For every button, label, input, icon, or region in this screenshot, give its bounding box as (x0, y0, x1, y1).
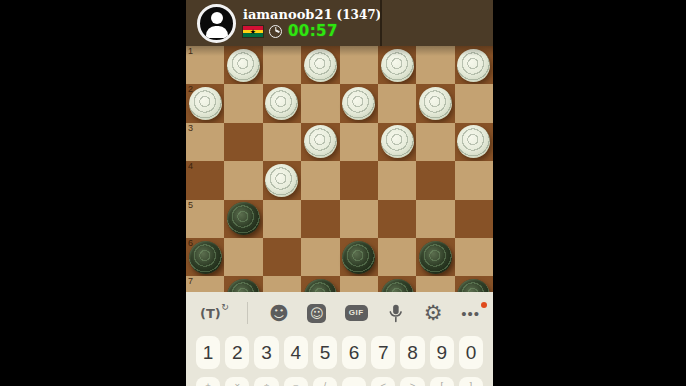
square-f3[interactable] (378, 123, 416, 161)
emoji-icon[interactable]: ☻ (269, 304, 289, 323)
square-f1[interactable] (378, 46, 416, 84)
player-info: iamanoob21(1347) 00:57 (243, 8, 381, 39)
square-c5[interactable] (263, 200, 301, 238)
key-1[interactable]: 1 (196, 336, 220, 369)
square-h2[interactable] (455, 84, 493, 122)
key-sym-<[interactable]: < (371, 377, 395, 386)
mic-icon[interactable] (386, 303, 405, 324)
square-a5[interactable]: 5 (186, 200, 224, 238)
square-b4[interactable] (224, 161, 262, 199)
square-e4[interactable] (340, 161, 378, 199)
square-c4[interactable] (263, 161, 301, 199)
symbol-row: +×÷=/_<>[] (186, 377, 493, 386)
key-2[interactable]: 2 (225, 336, 249, 369)
screen: { "game": "checkers (8x8 draughts), mobi… (0, 0, 686, 386)
square-e2[interactable] (340, 84, 378, 122)
key-5[interactable]: 5 (313, 336, 337, 369)
white-piece[interactable] (265, 164, 298, 197)
black-piece[interactable] (419, 241, 452, 274)
square-h5[interactable] (455, 200, 493, 238)
clock-icon (269, 25, 282, 38)
black-piece[interactable] (189, 241, 222, 274)
more-options-icon[interactable]: ••• (461, 306, 480, 321)
row-label: 6 (188, 239, 193, 248)
square-g4[interactable] (416, 161, 454, 199)
square-b1[interactable] (224, 46, 262, 84)
key-sym-÷[interactable]: ÷ (254, 377, 278, 386)
white-piece[interactable] (457, 49, 490, 82)
white-piece[interactable] (342, 87, 375, 120)
square-c6[interactable] (263, 238, 301, 276)
black-piece[interactable] (342, 241, 375, 274)
square-d3[interactable] (301, 123, 339, 161)
settings-icon[interactable]: ⚙ (424, 303, 443, 324)
square-b3[interactable] (224, 123, 262, 161)
white-piece[interactable] (381, 125, 414, 158)
square-b2[interactable] (224, 84, 262, 122)
player-clock-time: 00:57 (288, 24, 338, 39)
key-sym-/[interactable]: / (313, 377, 337, 386)
player-status-row: 00:57 (243, 24, 381, 39)
square-e5[interactable] (340, 200, 378, 238)
key-4[interactable]: 4 (284, 336, 308, 369)
key-sym-=[interactable]: = (284, 377, 308, 386)
white-piece[interactable] (419, 87, 452, 120)
square-d2[interactable] (301, 84, 339, 122)
square-f4[interactable] (378, 161, 416, 199)
top-bar-divider (380, 0, 382, 46)
square-e3[interactable] (340, 123, 378, 161)
key-6[interactable]: 6 (342, 336, 366, 369)
square-d6[interactable] (301, 238, 339, 276)
app-viewport: iamanoob21(1347) 00:57 1234567 (T) ☻ ☺ G… (186, 0, 493, 386)
square-h1[interactable] (455, 46, 493, 84)
ghana-flag-icon (243, 26, 263, 37)
square-c2[interactable] (263, 84, 301, 122)
row-label: 2 (188, 85, 193, 94)
key-sym-_[interactable]: _ (342, 377, 366, 386)
square-b5[interactable] (224, 200, 262, 238)
notification-dot (481, 302, 487, 308)
white-piece[interactable] (189, 87, 222, 120)
key-sym-×[interactable]: × (225, 377, 249, 386)
number-row: 1234567890 (186, 336, 493, 369)
white-piece[interactable] (227, 49, 260, 82)
key-sym->[interactable]: > (400, 377, 424, 386)
key-sym-+[interactable]: + (196, 377, 220, 386)
square-h3[interactable] (455, 123, 493, 161)
key-9[interactable]: 9 (430, 336, 454, 369)
white-piece[interactable] (381, 49, 414, 82)
square-g6[interactable] (416, 238, 454, 276)
white-piece[interactable] (457, 125, 490, 158)
toolbar-divider (247, 302, 248, 324)
keyboard-modes-icon[interactable]: (T) (200, 306, 221, 321)
row-label: 7 (188, 277, 193, 286)
square-d1[interactable] (301, 46, 339, 84)
square-a6[interactable]: 6 (186, 238, 224, 276)
gif-icon[interactable]: GIF (345, 305, 368, 321)
key-sym-[[interactable]: [ (430, 377, 454, 386)
player-top-bar: iamanoob21(1347) 00:57 (186, 0, 493, 46)
row-label: 5 (188, 201, 193, 210)
square-f6[interactable] (378, 238, 416, 276)
square-a1[interactable]: 1 (186, 46, 224, 84)
square-a4[interactable]: 4 (186, 161, 224, 199)
key-7[interactable]: 7 (371, 336, 395, 369)
square-e1[interactable] (340, 46, 378, 84)
white-piece[interactable] (304, 49, 337, 82)
square-f5[interactable] (378, 200, 416, 238)
square-d5[interactable] (301, 200, 339, 238)
square-g1[interactable] (416, 46, 454, 84)
square-e6[interactable] (340, 238, 378, 276)
row-label: 4 (188, 162, 193, 171)
square-g2[interactable] (416, 84, 454, 122)
player-name: iamanoob21 (243, 7, 333, 22)
square-h6[interactable] (455, 238, 493, 276)
row-label: 1 (188, 47, 193, 56)
square-f2[interactable] (378, 84, 416, 122)
square-g3[interactable] (416, 123, 454, 161)
square-c3[interactable] (263, 123, 301, 161)
player-rating: (1347) (337, 8, 382, 22)
square-c1[interactable] (263, 46, 301, 84)
row-label: 3 (188, 124, 193, 133)
key-0[interactable]: 0 (459, 336, 483, 369)
keyboard-overlay: (T) ☻ ☺ GIF ⚙ ••• 1234567890 +×÷=/_<>[] (186, 292, 493, 386)
key-3[interactable]: 3 (254, 336, 278, 369)
square-a3[interactable]: 3 (186, 123, 224, 161)
square-h4[interactable] (455, 161, 493, 199)
key-sym-][interactable]: ] (459, 377, 483, 386)
keyboard-toolbar: (T) ☻ ☺ GIF ⚙ ••• (186, 292, 493, 334)
square-g5[interactable] (416, 200, 454, 238)
player-name-row: iamanoob21(1347) (243, 8, 381, 21)
black-piece[interactable] (227, 202, 260, 235)
white-piece[interactable] (265, 87, 298, 120)
player-avatar[interactable] (197, 4, 236, 43)
square-a2[interactable]: 2 (186, 84, 224, 122)
key-8[interactable]: 8 (400, 336, 424, 369)
sticker-icon[interactable]: ☺ (307, 304, 326, 323)
white-piece[interactable] (304, 125, 337, 158)
square-d4[interactable] (301, 161, 339, 199)
square-b6[interactable] (224, 238, 262, 276)
